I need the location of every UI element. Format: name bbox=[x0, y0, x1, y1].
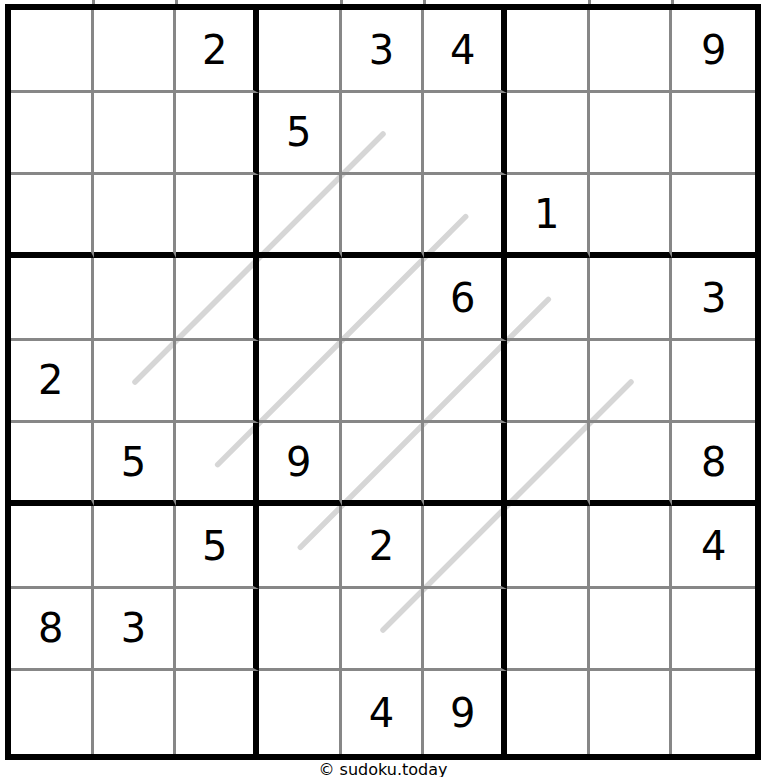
cell-r9c5[interactable]: 4 bbox=[342, 671, 425, 754]
cell-r6c8[interactable] bbox=[590, 423, 673, 506]
cell-r2c4[interactable]: 5 bbox=[259, 93, 342, 176]
cell-r7c2[interactable] bbox=[94, 506, 177, 589]
cell-r3c1[interactable] bbox=[11, 175, 94, 258]
cell-r9c9[interactable] bbox=[672, 671, 755, 754]
cell-r4c9[interactable]: 3 bbox=[672, 258, 755, 341]
cell-r9c4[interactable] bbox=[259, 671, 342, 754]
cell-r5c9[interactable] bbox=[672, 341, 755, 424]
cell-r8c8[interactable] bbox=[590, 589, 673, 672]
cell-r2c8[interactable] bbox=[590, 93, 673, 176]
cell-r1c2[interactable] bbox=[94, 10, 177, 93]
cell-r2c3[interactable] bbox=[176, 93, 259, 176]
cell-r7c5[interactable]: 2 bbox=[342, 506, 425, 589]
sudoku-board: 2349516325985248349 bbox=[5, 4, 761, 760]
cell-r2c7[interactable] bbox=[507, 93, 590, 176]
cell-r8c2[interactable]: 3 bbox=[94, 589, 177, 672]
cell-r6c9[interactable]: 8 bbox=[672, 423, 755, 506]
cell-r5c2[interactable] bbox=[94, 341, 177, 424]
cell-r5c7[interactable] bbox=[507, 341, 590, 424]
cell-r3c6[interactable] bbox=[424, 175, 507, 258]
cell-r7c7[interactable] bbox=[507, 506, 590, 589]
cell-r4c8[interactable] bbox=[590, 258, 673, 341]
cell-r3c7[interactable]: 1 bbox=[507, 175, 590, 258]
cell-r8c6[interactable] bbox=[424, 589, 507, 672]
cell-r3c5[interactable] bbox=[342, 175, 425, 258]
cell-r1c7[interactable] bbox=[507, 10, 590, 93]
cell-r7c4[interactable] bbox=[259, 506, 342, 589]
cell-r6c6[interactable] bbox=[424, 423, 507, 506]
cell-r1c5[interactable]: 3 bbox=[342, 10, 425, 93]
cell-r8c7[interactable] bbox=[507, 589, 590, 672]
cell-r3c9[interactable] bbox=[672, 175, 755, 258]
cell-r2c6[interactable] bbox=[424, 93, 507, 176]
cell-r5c3[interactable] bbox=[176, 341, 259, 424]
cell-r4c5[interactable] bbox=[342, 258, 425, 341]
cell-r3c3[interactable] bbox=[176, 175, 259, 258]
cell-r5c5[interactable] bbox=[342, 341, 425, 424]
cell-r8c3[interactable] bbox=[176, 589, 259, 672]
cell-r4c2[interactable] bbox=[94, 258, 177, 341]
cell-r5c4[interactable] bbox=[259, 341, 342, 424]
cell-r1c8[interactable] bbox=[590, 10, 673, 93]
cell-r6c5[interactable] bbox=[342, 423, 425, 506]
cell-r9c1[interactable] bbox=[11, 671, 94, 754]
cell-r6c2[interactable]: 5 bbox=[94, 423, 177, 506]
cell-r5c6[interactable] bbox=[424, 341, 507, 424]
cell-r2c9[interactable] bbox=[672, 93, 755, 176]
puzzle-image: 2349516325985248349 © sudoku.today bbox=[0, 0, 767, 777]
cell-r2c2[interactable] bbox=[94, 93, 177, 176]
cell-r1c4[interactable] bbox=[259, 10, 342, 93]
cell-r2c5[interactable] bbox=[342, 93, 425, 176]
copyright-text: © sudoku.today bbox=[5, 760, 761, 777]
cell-r8c4[interactable] bbox=[259, 589, 342, 672]
cell-r8c1[interactable]: 8 bbox=[11, 589, 94, 672]
cell-r3c4[interactable] bbox=[259, 175, 342, 258]
cell-r4c1[interactable] bbox=[11, 258, 94, 341]
cell-r6c1[interactable] bbox=[11, 423, 94, 506]
cell-r4c4[interactable] bbox=[259, 258, 342, 341]
cell-r4c7[interactable] bbox=[507, 258, 590, 341]
cell-r6c4[interactable]: 9 bbox=[259, 423, 342, 506]
cell-r7c9[interactable]: 4 bbox=[672, 506, 755, 589]
cell-r9c8[interactable] bbox=[590, 671, 673, 754]
cell-r4c6[interactable]: 6 bbox=[424, 258, 507, 341]
cell-r7c6[interactable] bbox=[424, 506, 507, 589]
cell-r6c3[interactable] bbox=[176, 423, 259, 506]
cell-r8c9[interactable] bbox=[672, 589, 755, 672]
cell-r3c2[interactable] bbox=[94, 175, 177, 258]
cell-r3c8[interactable] bbox=[590, 175, 673, 258]
cell-r5c8[interactable] bbox=[590, 341, 673, 424]
cell-r9c7[interactable] bbox=[507, 671, 590, 754]
cell-r2c1[interactable] bbox=[11, 93, 94, 176]
cell-r7c1[interactable] bbox=[11, 506, 94, 589]
cell-r4c3[interactable] bbox=[176, 258, 259, 341]
cell-r1c1[interactable] bbox=[11, 10, 94, 93]
cell-r9c3[interactable] bbox=[176, 671, 259, 754]
cell-r5c1[interactable]: 2 bbox=[11, 341, 94, 424]
cell-r9c2[interactable] bbox=[94, 671, 177, 754]
cell-r8c5[interactable] bbox=[342, 589, 425, 672]
cell-r9c6[interactable]: 9 bbox=[424, 671, 507, 754]
cell-r7c3[interactable]: 5 bbox=[176, 506, 259, 589]
cell-r1c9[interactable]: 9 bbox=[672, 10, 755, 93]
cell-r1c3[interactable]: 2 bbox=[176, 10, 259, 93]
cell-r6c7[interactable] bbox=[507, 423, 590, 506]
cell-r7c8[interactable] bbox=[590, 506, 673, 589]
cell-r1c6[interactable]: 4 bbox=[424, 10, 507, 93]
